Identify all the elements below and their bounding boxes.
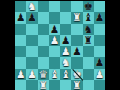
- square-c4[interactable]: [38, 46, 49, 57]
- white-pawn-e4[interactable]: ♟: [61, 46, 70, 57]
- square-h6[interactable]: [94, 24, 105, 35]
- square-g3[interactable]: [83, 57, 94, 68]
- square-b4[interactable]: [26, 46, 37, 57]
- square-c7[interactable]: [38, 12, 49, 23]
- square-h5[interactable]: [94, 35, 105, 46]
- square-d2[interactable]: ♝: [49, 69, 60, 80]
- square-a5[interactable]: [15, 35, 26, 46]
- square-f5[interactable]: [71, 35, 82, 46]
- square-f2[interactable]: ♚: [71, 69, 82, 80]
- white-pawn-h2[interactable]: ♟: [95, 69, 104, 80]
- square-e7[interactable]: [60, 12, 71, 23]
- square-g8[interactable]: ♚: [83, 1, 94, 12]
- square-b2[interactable]: ♟: [26, 69, 37, 80]
- square-e4[interactable]: ♟: [60, 46, 71, 57]
- white-queen-c2[interactable]: ♛: [38, 69, 47, 80]
- square-a8[interactable]: [15, 1, 26, 12]
- square-c2[interactable]: ♛: [38, 69, 49, 80]
- square-d8[interactable]: [49, 1, 60, 12]
- black-pawn-a7[interactable]: ♟: [16, 12, 25, 23]
- square-a1[interactable]: [15, 80, 26, 90]
- square-h2[interactable]: ♟: [94, 69, 105, 80]
- square-g6[interactable]: ♞: [83, 24, 94, 35]
- white-bishop-e2[interactable]: ♝: [61, 69, 70, 80]
- square-g4[interactable]: [83, 46, 94, 57]
- square-b7[interactable]: ♟: [26, 12, 37, 23]
- square-a2[interactable]: ♟: [15, 69, 26, 80]
- black-pawn-h3[interactable]: ♟: [95, 57, 104, 68]
- square-c3[interactable]: [38, 57, 49, 68]
- square-a6[interactable]: [15, 24, 26, 35]
- white-rook-f7[interactable]: ♜: [72, 12, 81, 23]
- square-f3[interactable]: [71, 57, 82, 68]
- square-b1[interactable]: [26, 80, 37, 90]
- square-b3[interactable]: [26, 57, 37, 68]
- square-d4[interactable]: [49, 46, 60, 57]
- square-e3[interactable]: ♞: [60, 57, 71, 68]
- square-h7[interactable]: ♟: [94, 12, 105, 23]
- square-h1[interactable]: [94, 80, 105, 90]
- square-e2[interactable]: ♝: [60, 69, 71, 80]
- square-a4[interactable]: [15, 46, 26, 57]
- black-bishop-g7[interactable]: ♝: [83, 12, 92, 23]
- square-e5[interactable]: ♟: [60, 35, 71, 46]
- square-d6[interactable]: ♟: [49, 24, 60, 35]
- black-rook-g5[interactable]: ♜: [83, 35, 92, 46]
- white-bishop-d2[interactable]: ♝: [50, 69, 59, 80]
- square-c5[interactable]: [38, 35, 49, 46]
- black-pawn-e5[interactable]: ♟: [61, 35, 70, 46]
- square-g7[interactable]: ♝: [83, 12, 94, 23]
- white-king-f2[interactable]: ♚: [72, 69, 81, 80]
- screenshot-canvas: ♞♚♟♟♜♝♟♟♞♟♟♜♟♟♞♟♟♟♛♝♝♚♟♜♜: [0, 0, 120, 90]
- square-e1[interactable]: [60, 80, 71, 90]
- square-c8[interactable]: [38, 1, 49, 12]
- square-d1[interactable]: [49, 80, 60, 90]
- square-d3[interactable]: [49, 57, 60, 68]
- square-f6[interactable]: [71, 24, 82, 35]
- black-knight-g6[interactable]: ♞: [83, 24, 92, 35]
- square-d5[interactable]: ♟: [49, 35, 60, 46]
- square-b5[interactable]: [26, 35, 37, 46]
- white-pawn-a2[interactable]: ♟: [16, 69, 25, 80]
- chess-board[interactable]: ♞♚♟♟♜♝♟♟♞♟♟♜♟♟♞♟♟♟♛♝♝♚♟♜♜: [15, 0, 105, 90]
- white-pawn-b2[interactable]: ♟: [27, 69, 36, 80]
- black-pawn-h7[interactable]: ♟: [95, 12, 104, 23]
- white-pawn-d5[interactable]: ♟: [50, 35, 59, 46]
- square-g1[interactable]: [83, 80, 94, 90]
- square-e8[interactable]: [60, 1, 71, 12]
- square-a7[interactable]: ♟: [15, 12, 26, 23]
- square-d7[interactable]: [49, 12, 60, 23]
- square-f1[interactable]: ♜: [71, 80, 82, 90]
- black-king-g8[interactable]: ♚: [83, 1, 92, 12]
- white-knight-b8[interactable]: ♞: [27, 1, 36, 12]
- white-knight-e3[interactable]: ♞: [61, 57, 70, 68]
- square-a3[interactable]: [15, 57, 26, 68]
- square-g2[interactable]: [83, 69, 94, 80]
- square-h3[interactable]: ♟: [94, 57, 105, 68]
- white-rook-f1[interactable]: ♜: [72, 80, 81, 90]
- square-c6[interactable]: [38, 24, 49, 35]
- square-g5[interactable]: ♜: [83, 35, 94, 46]
- black-pawn-b7[interactable]: ♟: [27, 12, 36, 23]
- black-pawn-f4[interactable]: ♟: [72, 46, 81, 57]
- square-h4[interactable]: [94, 46, 105, 57]
- square-h8[interactable]: [94, 1, 105, 12]
- square-f8[interactable]: [71, 1, 82, 12]
- black-pawn-d6[interactable]: ♟: [50, 24, 59, 35]
- square-f4[interactable]: ♟: [71, 46, 82, 57]
- square-b6[interactable]: [26, 24, 37, 35]
- square-c1[interactable]: ♜: [38, 80, 49, 90]
- square-b8[interactable]: ♞: [26, 1, 37, 12]
- square-e6[interactable]: [60, 24, 71, 35]
- white-rook-c1[interactable]: ♜: [38, 80, 47, 90]
- square-f7[interactable]: ♜: [71, 12, 82, 23]
